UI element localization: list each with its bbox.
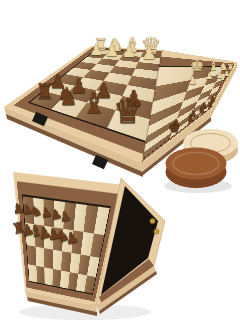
board-squares-grid (28, 49, 162, 143)
board-square (34, 224, 44, 248)
brass-latch-pin-bottom (154, 229, 159, 234)
board-square (44, 226, 54, 250)
brass-latch-pin-top (150, 218, 155, 223)
board-square (90, 234, 104, 258)
checker-highlight (173, 153, 219, 175)
light-checker-piece (183, 129, 238, 164)
board-square (35, 247, 44, 268)
board-walnut-border (17, 181, 119, 301)
board-squares-grid (143, 66, 231, 159)
board-square (87, 256, 100, 277)
open-board-left-half (4, 46, 162, 163)
dark-checker-piece (166, 148, 227, 189)
board-walnut-border (14, 47, 162, 154)
checkers-shadow (164, 179, 232, 193)
board-square (84, 275, 96, 293)
checker-groove-ring (191, 134, 231, 153)
board-square (33, 198, 44, 226)
board-squares-grid (22, 194, 111, 295)
board-square (43, 199, 54, 227)
folded-board-bottom-right-edge (96, 266, 156, 311)
folded-board-bottom-right-sliver (99, 271, 157, 314)
folded-board-face (13, 172, 124, 306)
board-square (36, 266, 44, 284)
metal-clasp-right (92, 155, 108, 169)
folded-board-shadow (19, 304, 151, 320)
tent-right-face-walnut-band (99, 259, 154, 304)
product-photo: ♜♞♝♛♚♝♞♜♟♟♟♟♟♟♟♟♟♟♟♟♟♟♟♟♜♞♝♛♚♝♞♜♟♟♞♟♟♟♜♟… (0, 0, 240, 329)
